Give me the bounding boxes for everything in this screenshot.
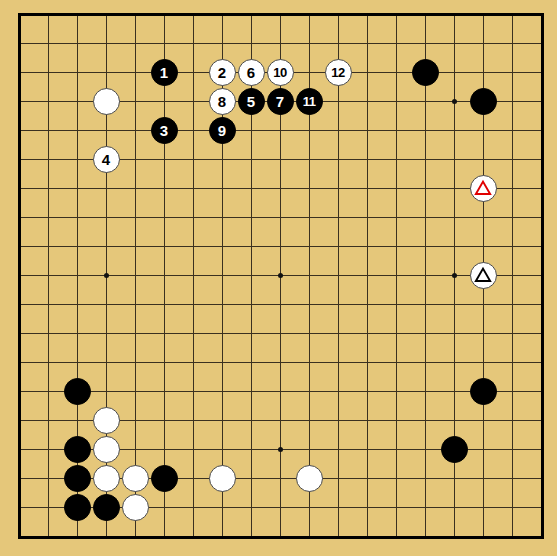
black-stone-J16: 5 (238, 88, 265, 115)
triangle-mark-icon (474, 266, 492, 284)
intersection-D5 (92, 406, 121, 435)
white-stone-H3 (209, 465, 236, 492)
intersection-C2 (63, 493, 92, 522)
intersection-C4 (63, 435, 92, 464)
white-stone-D5 (93, 407, 120, 434)
black-stone-C6 (64, 378, 91, 405)
black-stone-D2 (93, 494, 120, 521)
move-number-label: 4 (102, 151, 110, 166)
white-stone-D16 (93, 88, 120, 115)
intersection-K17: 10 (266, 58, 295, 87)
move-number-label: 12 (331, 65, 344, 78)
intersection-Q4 (440, 435, 469, 464)
intersection-R10 (469, 261, 498, 290)
intersection-E3 (121, 464, 150, 493)
intersection-H17: 2 (208, 58, 237, 87)
black-stone-F17: 1 (151, 59, 178, 86)
white-stone-D3 (93, 465, 120, 492)
white-stone-E3 (122, 465, 149, 492)
intersection-H3 (208, 464, 237, 493)
black-stone-C3 (64, 465, 91, 492)
black-stone-K16: 7 (267, 88, 294, 115)
intersection-D14: 4 (92, 145, 121, 174)
go-board: 123456789101112 (5, 0, 556, 551)
white-stone-J17: 6 (238, 59, 265, 86)
intersection-D2 (92, 493, 121, 522)
triangle-mark-icon (474, 179, 492, 197)
white-stone-H16: 8 (209, 88, 236, 115)
intersection-C6 (63, 377, 92, 406)
black-stone-R16 (470, 88, 497, 115)
move-number-label: 1 (160, 64, 168, 79)
move-number-label: 2 (218, 64, 226, 79)
intersection-L3 (295, 464, 324, 493)
intersection-H15: 9 (208, 116, 237, 145)
white-stone-D14: 4 (93, 146, 120, 173)
black-stone-F3 (151, 465, 178, 492)
move-number-label: 9 (218, 122, 226, 137)
black-stone-H15: 9 (209, 117, 236, 144)
intersection-D16 (92, 87, 121, 116)
go-diagram: 123456789101112 (0, 0, 557, 556)
black-stone-C4 (64, 436, 91, 463)
intersection-D3 (92, 464, 121, 493)
black-stone-R6 (470, 378, 497, 405)
intersection-M17: 12 (324, 58, 353, 87)
move-number-label: 11 (303, 94, 316, 107)
white-stone-M17: 12 (325, 59, 352, 86)
black-stone-P17 (412, 59, 439, 86)
move-number-label: 7 (276, 93, 284, 108)
intersection-D4 (92, 435, 121, 464)
black-stone-C2 (64, 494, 91, 521)
intersection-H16: 8 (208, 87, 237, 116)
intersection-P17 (411, 58, 440, 87)
intersection-J17: 6 (237, 58, 266, 87)
white-stone-L3 (296, 465, 323, 492)
white-stone-E2 (122, 494, 149, 521)
white-stone-R13 (470, 175, 497, 202)
move-number-label: 3 (160, 122, 168, 137)
intersection-F15: 3 (150, 116, 179, 145)
intersection-C3 (63, 464, 92, 493)
intersection-F3 (150, 464, 179, 493)
white-stone-H17: 2 (209, 59, 236, 86)
white-stone-R10 (470, 262, 497, 289)
intersection-L16: 11 (295, 87, 324, 116)
white-stone-D4 (93, 436, 120, 463)
intersection-K16: 7 (266, 87, 295, 116)
move-number-label: 10 (273, 65, 286, 78)
intersection-F17: 1 (150, 58, 179, 87)
intersection-R13 (469, 174, 498, 203)
move-number-label: 8 (218, 93, 226, 108)
black-stone-Q4 (441, 436, 468, 463)
intersection-R16 (469, 87, 498, 116)
white-stone-K17: 10 (267, 59, 294, 86)
intersection-E2 (121, 493, 150, 522)
move-number-label: 6 (247, 64, 255, 79)
black-stone-L16: 11 (296, 88, 323, 115)
intersection-J16: 5 (237, 87, 266, 116)
intersection-R6 (469, 377, 498, 406)
move-number-label: 5 (247, 93, 255, 108)
black-stone-F15: 3 (151, 117, 178, 144)
